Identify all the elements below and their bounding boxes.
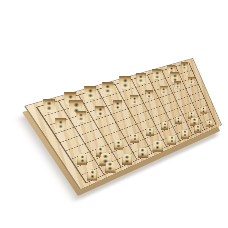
- piece-kanji-ink: [115, 101, 120, 109]
- piece-pawn-5g[interactable]: [146, 127, 154, 136]
- piece-knight-8i[interactable]: [105, 161, 116, 173]
- piece-kanji-ink: [78, 113, 83, 122]
- piece-pawn-3g[interactable]: [175, 116, 182, 124]
- piece-kanji-ink: [196, 125, 200, 131]
- piece-kanji-ink: [140, 148, 145, 156]
- shogi-product-photo: [0, 0, 228, 228]
- piece-gold-6i[interactable]: [138, 147, 148, 158]
- piece-gold-4i[interactable]: [167, 135, 176, 145]
- piece-kanji-ink: [107, 162, 112, 171]
- piece-kanji-ink: [183, 63, 187, 69]
- piece-kanji-ink: [172, 73, 177, 81]
- piece-kanji-ink: [58, 119, 64, 128]
- piece-kanji-ink: [139, 74, 144, 83]
- piece-kanji-ink: [116, 141, 121, 149]
- piece-pawn-9c[interactable]: [55, 118, 66, 131]
- piece-kanji-ink: [183, 130, 187, 137]
- piece-lance-9a[interactable]: [43, 99, 55, 113]
- piece-pawn-6g[interactable]: [130, 133, 139, 143]
- piece-kanji-ink: [46, 101, 52, 111]
- piece-kanji-ink: [177, 117, 181, 123]
- piece-silver-3a[interactable]: [152, 69, 162, 80]
- piece-lance-9i[interactable]: [87, 169, 97, 181]
- piece-kanji-ink: [122, 78, 128, 88]
- piece-kanji-ink: [176, 82, 180, 88]
- piece-kanji-ink: [190, 112, 193, 118]
- piece-kanji-ink: [202, 107, 205, 112]
- piece-kanji-ink: [163, 123, 167, 129]
- piece-pawn-7c[interactable]: [95, 106, 105, 117]
- piece-kanji-ink: [90, 170, 95, 179]
- piece-kanji-ink: [208, 121, 211, 126]
- piece-kanji-ink: [124, 155, 129, 164]
- piece-kanji-ink: [170, 136, 175, 143]
- piece-silver-3i[interactable]: [181, 129, 190, 139]
- piece-kanji-ink: [155, 141, 160, 150]
- piece-kanji-ink: [162, 87, 166, 93]
- piece-lance-1i[interactable]: [206, 120, 213, 127]
- piece-pawn-7g[interactable]: [114, 139, 123, 149]
- piece-silver-7i[interactable]: [122, 153, 133, 165]
- piece-pawn-4g[interactable]: [161, 121, 169, 130]
- piece-kanji-ink: [132, 96, 136, 103]
- piece-kanji-ink: [87, 88, 93, 98]
- piece-kanji-ink: [189, 78, 192, 84]
- piece-pawn-1g[interactable]: [200, 106, 206, 113]
- piece-kanji-ink: [148, 128, 152, 135]
- piece-kanji-ink: [192, 118, 196, 125]
- piece-king-5i[interactable]: [152, 140, 163, 152]
- piece-kanji-ink: [80, 155, 85, 164]
- piece-kanji-ink: [154, 70, 159, 78]
- piece-kanji-ink: [133, 134, 137, 141]
- piece-kanji-ink: [105, 83, 111, 93]
- piece-kanji-ink: [97, 107, 102, 115]
- piece-knight-2i[interactable]: [194, 124, 202, 133]
- piece-pawn-9g[interactable]: [77, 153, 87, 165]
- piece-kanji-ink: [148, 91, 152, 98]
